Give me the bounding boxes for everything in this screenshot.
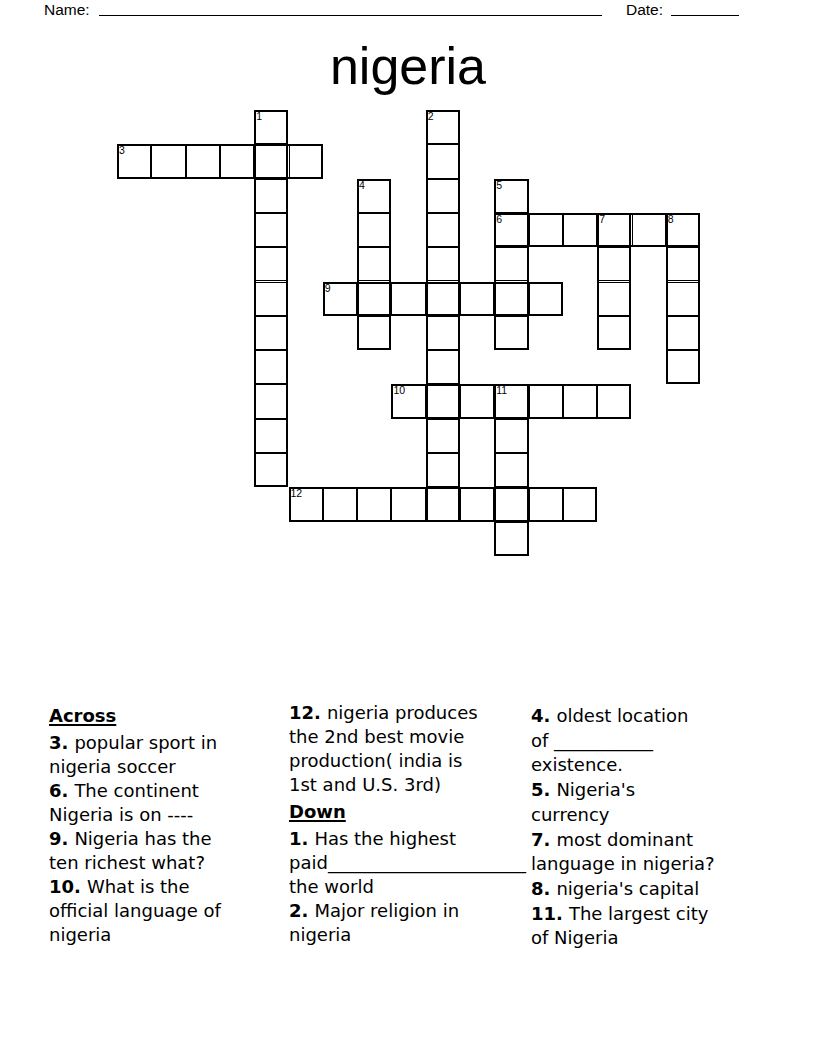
clue-number: 1. — [289, 828, 308, 849]
clue-text: of Nigeria — [531, 927, 618, 948]
cell-number-9: 9 — [325, 283, 331, 294]
grid-cell-r1c5[interactable] — [289, 144, 323, 178]
clue-line: nigeria — [289, 923, 526, 947]
clue-text: of ___________ — [531, 730, 653, 751]
grid-cell-r1c9[interactable] — [426, 144, 460, 178]
clue-text: the 2nd best movie — [289, 726, 464, 747]
grid-cell-r2c4[interactable] — [254, 179, 288, 213]
clue-text: nigeria soccer — [49, 756, 176, 777]
grid-cell-r5c7[interactable] — [357, 282, 391, 316]
grid-cell-r6c14[interactable] — [597, 316, 631, 350]
clue-text: nigeria — [49, 924, 111, 945]
grid-cell-r4c16[interactable] — [666, 247, 700, 281]
grid-cell-r11c7[interactable] — [357, 487, 391, 521]
clue-line: nigeria soccer — [49, 755, 221, 779]
grid-cell-r8c9[interactable] — [426, 384, 460, 418]
clue-line: Nigeria is on ---- — [49, 803, 221, 827]
clue-number: 3. — [49, 732, 68, 753]
grid-cell-r12c11[interactable] — [494, 522, 528, 556]
clue-number: 4. — [531, 705, 550, 726]
grid-cell-r5c9[interactable] — [426, 282, 460, 316]
clue-line: currency — [531, 803, 715, 828]
grid-cell-r11c8[interactable] — [391, 487, 425, 521]
cell-number-5: 5 — [496, 180, 502, 191]
grid-cell-r5c16[interactable] — [666, 282, 700, 316]
grid-cell-r1c4[interactable] — [254, 144, 288, 178]
clue-line: 9.Nigeria has the — [49, 827, 221, 851]
clue-line: paid______________________ — [289, 851, 526, 875]
grid-cell-r4c7[interactable] — [357, 247, 391, 281]
clue-text: popular sport in — [74, 732, 217, 753]
grid-cell-r5c12[interactable] — [529, 282, 563, 316]
grid-cell-r6c9[interactable] — [426, 316, 460, 350]
grid-cell-r9c11[interactable] — [494, 419, 528, 453]
clue-line: 1st and U.S. 3rd) — [289, 773, 526, 797]
clue-line: official language of — [49, 899, 221, 923]
clue-line: 3.popular sport in — [49, 731, 221, 755]
grid-cell-r4c4[interactable] — [254, 247, 288, 281]
grid-cell-r8c13[interactable] — [563, 384, 597, 418]
grid-cell-r8c12[interactable] — [529, 384, 563, 418]
clue-text: the world — [289, 876, 374, 897]
grid-cell-r11c10[interactable] — [460, 487, 494, 521]
crossword-grid: 123456789101112 — [117, 110, 701, 557]
grid-cell-r11c6[interactable] — [323, 487, 357, 521]
cell-number-6: 6 — [496, 214, 502, 225]
clue-line: the 2nd best movie — [289, 725, 526, 749]
clue-number: 2. — [289, 900, 308, 921]
cell-number-12: 12 — [291, 488, 303, 499]
clue-text: Major religion in — [314, 900, 459, 921]
clue-line: language in nigeria? — [531, 852, 715, 877]
grid-cell-r8c4[interactable] — [254, 384, 288, 418]
clue-text: nigeria produces — [327, 702, 478, 723]
clue-number: 7. — [531, 829, 550, 850]
grid-cell-r6c4[interactable] — [254, 316, 288, 350]
cell-number-10: 10 — [393, 385, 405, 396]
name-label: Name: — [44, 1, 90, 19]
cell-number-1: 1 — [256, 111, 262, 122]
clue-text: 1st and U.S. 3rd) — [289, 774, 441, 795]
grid-cell-r8c14[interactable] — [597, 384, 631, 418]
clue-column-across: Across3.popular sport innigeria soccer6.… — [49, 701, 221, 947]
clue-number: 6. — [49, 780, 68, 801]
grid-cell-r10c4[interactable] — [254, 453, 288, 487]
clue-line: production( india is — [289, 749, 526, 773]
grid-cell-r4c14[interactable] — [597, 247, 631, 281]
grid-cell-r5c11[interactable] — [494, 282, 528, 316]
grid-cell-r1c2[interactable] — [186, 144, 220, 178]
grid-cell-r3c15[interactable] — [632, 213, 666, 247]
grid-cell-r11c11[interactable] — [494, 487, 528, 521]
grid-cell-r5c14[interactable] — [597, 282, 631, 316]
grid-cell-r6c11[interactable] — [494, 316, 528, 350]
grid-cell-r9c9[interactable] — [426, 419, 460, 453]
grid-cell-r5c4[interactable] — [254, 282, 288, 316]
cell-number-3: 3 — [119, 145, 125, 156]
grid-cell-r7c16[interactable] — [666, 350, 700, 384]
down-heading: Down — [289, 801, 346, 822]
clue-text: Nigeria is on ---- — [49, 804, 193, 825]
date-blank-line[interactable] — [671, 15, 739, 16]
grid-cell-r1c3[interactable] — [220, 144, 254, 178]
clue-line: 1.Has the highest — [289, 827, 526, 851]
grid-cell-r6c16[interactable] — [666, 316, 700, 350]
grid-cell-r3c7[interactable] — [357, 213, 391, 247]
clue-text: The largest city — [569, 903, 709, 924]
clue-text: nigeria's capital — [556, 878, 699, 899]
grid-cell-r5c10[interactable] — [460, 282, 494, 316]
clue-text: oldest location — [556, 705, 688, 726]
grid-cell-r3c12[interactable] — [529, 213, 563, 247]
grid-cell-r11c13[interactable] — [563, 487, 597, 521]
cell-number-2: 2 — [428, 111, 434, 122]
clue-text: most dominant — [556, 829, 693, 850]
clue-line: 4.oldest location — [531, 704, 715, 729]
clue-line: 7.most dominant — [531, 828, 715, 853]
grid-cell-r7c9[interactable] — [426, 350, 460, 384]
cell-number-4: 4 — [359, 180, 365, 191]
page-title: nigeria — [0, 40, 816, 92]
name-blank-line[interactable] — [99, 15, 602, 16]
clue-line: the world — [289, 875, 526, 899]
clue-line: 5.Nigeria's — [531, 778, 715, 803]
clue-number: 8. — [531, 878, 550, 899]
clue-number: 5. — [531, 779, 550, 800]
clue-text: What is the — [87, 876, 190, 897]
across-heading: Across — [49, 705, 116, 726]
clue-number: 12. — [289, 702, 321, 723]
clue-line: 11.The largest city — [531, 902, 715, 927]
grid-cell-r11c12[interactable] — [529, 487, 563, 521]
grid-cell-r7c4[interactable] — [254, 350, 288, 384]
clue-line: 2.Major religion in — [289, 899, 526, 923]
clue-text: production( india is — [289, 750, 462, 771]
cell-number-8: 8 — [668, 214, 674, 225]
clue-line: of Nigeria — [531, 926, 715, 951]
date-label: Date: — [626, 1, 663, 19]
clue-text: currency — [531, 804, 609, 825]
grid-cell-r6c7[interactable] — [357, 316, 391, 350]
cell-number-11: 11 — [496, 385, 507, 396]
clue-line: 10.What is the — [49, 875, 221, 899]
grid-cell-r11c9[interactable] — [426, 487, 460, 521]
grid-cell-r9c4[interactable] — [254, 419, 288, 453]
clue-line: nigeria — [49, 923, 221, 947]
clue-line: ten richest what? — [49, 851, 221, 875]
clue-line: 12.nigeria produces — [289, 701, 526, 725]
grid-cell-r4c11[interactable] — [494, 247, 528, 281]
clue-column-down: 4.oldest locationof ___________existence… — [531, 704, 715, 951]
grid-cell-r4c9[interactable] — [426, 247, 460, 281]
clue-text: ten richest what? — [49, 852, 205, 873]
clue-column-middle: 12.nigeria producesthe 2nd best moviepro… — [289, 701, 526, 947]
clue-text: Has the highest — [314, 828, 456, 849]
grid-cell-r3c13[interactable] — [563, 213, 597, 247]
clue-line: existence. — [531, 753, 715, 778]
cell-number-7: 7 — [599, 214, 605, 225]
clue-text: The continent — [74, 780, 199, 801]
clue-text: official language of — [49, 900, 221, 921]
clue-text: nigeria — [289, 924, 351, 945]
clue-text: paid______________________ — [289, 852, 526, 873]
clue-text: Nigeria has the — [74, 828, 211, 849]
grid-cell-r1c1[interactable] — [151, 144, 185, 178]
clue-text: existence. — [531, 754, 623, 775]
clue-line: Down — [289, 800, 526, 824]
clue-number: 11. — [531, 903, 563, 924]
clue-number: 9. — [49, 828, 68, 849]
clue-line: Across — [49, 704, 221, 728]
grid-cell-r3c9[interactable] — [426, 213, 460, 247]
worksheet-page: Name: Date: nigeria 123456789101112 Acro… — [0, 0, 816, 1056]
grid-cell-r3c4[interactable] — [254, 213, 288, 247]
grid-cell-r5c8[interactable] — [391, 282, 425, 316]
clue-number: 10. — [49, 876, 81, 897]
clue-text: language in nigeria? — [531, 853, 715, 874]
grid-cell-r2c9[interactable] — [426, 179, 460, 213]
clue-text: Nigeria's — [556, 779, 635, 800]
grid-cell-r10c11[interactable] — [494, 453, 528, 487]
clue-line: 6.The continent — [49, 779, 221, 803]
clue-line: of ___________ — [531, 729, 715, 754]
grid-cell-r8c10[interactable] — [460, 384, 494, 418]
grid-cell-r10c9[interactable] — [426, 453, 460, 487]
clue-line: 8.nigeria's capital — [531, 877, 715, 902]
